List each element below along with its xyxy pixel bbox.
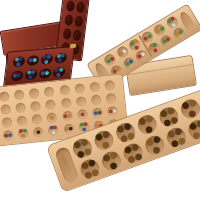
pit[interactable]: ●● bbox=[107, 105, 118, 116]
bead: ● bbox=[21, 134, 25, 138]
pit[interactable] bbox=[14, 89, 25, 100]
pit[interactable]: ●●●● bbox=[78, 156, 102, 180]
bead: ● bbox=[58, 59, 62, 63]
pit[interactable]: ●● bbox=[92, 107, 103, 118]
pit[interactable]: ●●● bbox=[52, 67, 65, 78]
bead: ● bbox=[90, 167, 99, 175]
bead: ● bbox=[153, 48, 158, 53]
bead: ● bbox=[59, 68, 63, 72]
bead: ● bbox=[109, 56, 114, 61]
bead: ● bbox=[116, 67, 121, 72]
pit[interactable]: ●● bbox=[26, 55, 39, 66]
pit[interactable] bbox=[45, 99, 56, 110]
bead: ● bbox=[109, 151, 118, 159]
bead: ● bbox=[144, 124, 153, 132]
pit[interactable]: ●● bbox=[11, 70, 24, 81]
bead: ● bbox=[47, 55, 51, 59]
bead: ● bbox=[68, 127, 72, 131]
bead: ● bbox=[177, 136, 186, 144]
bead: ● bbox=[144, 114, 153, 122]
bead: ● bbox=[97, 110, 101, 114]
pit[interactable] bbox=[63, 27, 72, 39]
pit[interactable] bbox=[89, 81, 100, 92]
pit[interactable] bbox=[0, 91, 9, 102]
pit[interactable] bbox=[76, 1, 85, 13]
bead: ● bbox=[36, 130, 40, 134]
bead: ● bbox=[126, 131, 135, 139]
pit[interactable] bbox=[74, 83, 85, 94]
pit[interactable]: ● bbox=[33, 126, 44, 137]
pit[interactable]: ● bbox=[47, 112, 58, 123]
pit[interactable] bbox=[59, 84, 70, 95]
bead: ● bbox=[134, 45, 139, 50]
pit[interactable]: ●● bbox=[2, 129, 13, 140]
bead: ● bbox=[29, 75, 33, 79]
bead: ● bbox=[108, 161, 117, 169]
bead: ● bbox=[134, 152, 143, 160]
pit[interactable] bbox=[66, 0, 75, 12]
bead: ● bbox=[195, 119, 200, 127]
pit[interactable] bbox=[76, 96, 87, 107]
bead: ● bbox=[33, 58, 37, 62]
bead: ● bbox=[101, 140, 110, 148]
pit[interactable]: ●●● bbox=[12, 56, 25, 67]
pit[interactable]: ●●●● bbox=[164, 125, 188, 149]
pit[interactable] bbox=[105, 80, 116, 91]
bead: ● bbox=[67, 114, 71, 118]
pit[interactable] bbox=[1, 117, 12, 128]
pit[interactable]: ●●● bbox=[54, 52, 67, 63]
pit[interactable] bbox=[60, 97, 71, 108]
pit[interactable]: ●●● bbox=[142, 133, 166, 157]
bead: ● bbox=[50, 115, 54, 119]
pit[interactable]: ●●●● bbox=[186, 117, 200, 141]
bead: ● bbox=[57, 73, 61, 77]
pit[interactable]: ●● bbox=[159, 33, 174, 48]
pit[interactable] bbox=[64, 14, 73, 26]
bead: ● bbox=[141, 52, 146, 57]
bead: ● bbox=[171, 22, 176, 27]
pit[interactable] bbox=[30, 100, 41, 111]
pit[interactable] bbox=[44, 86, 55, 97]
bead: ● bbox=[122, 49, 127, 54]
bead: ● bbox=[31, 70, 35, 74]
bead: ● bbox=[147, 34, 152, 39]
pit[interactable]: ●●● bbox=[178, 96, 200, 120]
pit[interactable] bbox=[15, 102, 26, 113]
bead: ● bbox=[128, 59, 133, 64]
pit[interactable]: ●●● bbox=[25, 69, 38, 80]
bead: ● bbox=[16, 62, 20, 66]
hinge-icon bbox=[70, 44, 76, 49]
pit[interactable] bbox=[16, 115, 27, 126]
bead: ● bbox=[113, 109, 117, 113]
bead: ● bbox=[187, 109, 196, 117]
bead: ● bbox=[17, 74, 21, 78]
bead: ● bbox=[152, 145, 161, 153]
pit[interactable] bbox=[74, 15, 83, 27]
pit-grid: ●●●●●●●●●●●●●●●●●●●●● bbox=[10, 51, 67, 82]
pit[interactable] bbox=[91, 94, 102, 105]
mancala-collage: ●●●●●●●●●●●●●●●●●●●●● ●●●●●●●●●●●●●●●●●●… bbox=[0, 0, 200, 200]
pit[interactable] bbox=[29, 88, 40, 99]
pit[interactable]: ●● bbox=[39, 68, 52, 79]
pit[interactable] bbox=[72, 29, 81, 41]
pit[interactable]: ●●● bbox=[40, 54, 53, 65]
pit[interactable] bbox=[31, 113, 42, 124]
bead: ● bbox=[19, 57, 23, 61]
bead: ● bbox=[166, 37, 171, 42]
pit[interactable]: ● bbox=[77, 109, 88, 120]
bead: ● bbox=[101, 130, 110, 138]
bead: ● bbox=[178, 30, 183, 35]
pit[interactable]: ●●● bbox=[99, 148, 123, 172]
pit[interactable]: ●● bbox=[63, 123, 74, 134]
bead: ● bbox=[188, 98, 197, 106]
bead: ● bbox=[83, 147, 92, 155]
bead: ● bbox=[80, 112, 84, 116]
bead: ● bbox=[52, 131, 56, 135]
bead: ● bbox=[8, 133, 12, 137]
bead: ● bbox=[170, 17, 175, 22]
bead: ● bbox=[44, 60, 48, 64]
pit[interactable] bbox=[0, 104, 11, 115]
bead: ● bbox=[169, 115, 178, 123]
bead: ● bbox=[45, 71, 49, 75]
bead: ● bbox=[152, 135, 161, 143]
pit[interactable]: ●●● bbox=[18, 128, 29, 139]
pit[interactable]: ●●●● bbox=[121, 140, 145, 164]
pit[interactable] bbox=[106, 92, 117, 103]
bead: ● bbox=[159, 26, 164, 31]
bead: ● bbox=[133, 39, 138, 44]
pit[interactable]: ●● bbox=[62, 110, 73, 121]
pit[interactable]: ●●● bbox=[48, 125, 59, 136]
bead: ● bbox=[61, 53, 65, 57]
pit[interactable]: ●● bbox=[122, 56, 137, 71]
